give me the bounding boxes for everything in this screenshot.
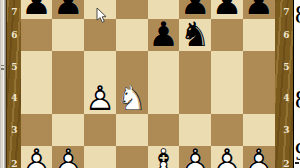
square-a4[interactable] xyxy=(21,83,53,115)
square-g2[interactable]: ♟♙ xyxy=(211,146,243,168)
square-b4[interactable] xyxy=(52,83,84,115)
square-h5[interactable] xyxy=(243,51,275,83)
square-g6[interactable] xyxy=(211,19,243,51)
square-g7[interactable]: ♟ xyxy=(211,0,243,19)
square-d4[interactable]: ♞♘ xyxy=(116,83,148,115)
square-f4[interactable] xyxy=(179,83,211,115)
square-b5[interactable] xyxy=(52,51,84,83)
square-h2[interactable]: ♟♙ xyxy=(243,146,275,168)
piece-white-pawn-h2[interactable]: ♙ xyxy=(243,146,275,168)
square-e2[interactable]: ♝♗ xyxy=(148,146,180,168)
square-a6[interactable] xyxy=(21,19,53,51)
piece-white-pawn-g2[interactable]: ♙ xyxy=(211,146,243,168)
square-d7[interactable] xyxy=(116,0,148,19)
square-h4[interactable] xyxy=(243,83,275,115)
square-e5[interactable] xyxy=(148,51,180,83)
piece-white-pawn-b2[interactable]: ♙ xyxy=(52,146,84,168)
square-f2[interactable]: ♟♙ xyxy=(179,146,211,168)
piece-white-pawn-c4[interactable]: ♙ xyxy=(84,83,116,115)
square-a5[interactable] xyxy=(21,51,53,83)
square-f6[interactable]: ♞ xyxy=(179,19,211,51)
rank-label-left-6: 6 xyxy=(9,30,20,40)
rank-label-left-4: 4 xyxy=(9,93,20,103)
piece-black-pawn-b7[interactable]: ♟ xyxy=(52,0,84,19)
square-d6[interactable] xyxy=(116,19,148,51)
move-number-fragment: 9 xyxy=(295,139,300,165)
rank-label-right-5: 5 xyxy=(281,62,292,72)
rank-label-right-7: 7 xyxy=(281,7,292,17)
square-b6[interactable] xyxy=(52,19,84,51)
square-a7[interactable]: ♟ xyxy=(21,0,53,19)
rank-label-right-6: 6 xyxy=(281,30,292,40)
piece-white-bishop-e2[interactable]: ♗ xyxy=(148,146,180,168)
piece-black-pawn-g7[interactable]: ♟ xyxy=(211,0,243,19)
board-frame: 765432 765432 ♟♟♟♟♟♟♞♟♙♞♘♟♙♟♙♝♗♟♙♟♙♟♙ xyxy=(6,0,294,168)
square-a2[interactable]: ♟♙ xyxy=(21,146,53,168)
chess-app-window: 765432 765432 ♟♟♟♟♟♟♞♟♙♞♘♟♙♟♙♝♗♟♙♟♙♟♙ 88… xyxy=(0,0,300,168)
move-number-fragment: 8 xyxy=(295,2,300,28)
square-c4[interactable]: ♟♙ xyxy=(84,83,116,115)
rank-label-right-3: 3 xyxy=(281,125,292,135)
move-number-fragment: 8 xyxy=(295,87,300,113)
square-d2[interactable] xyxy=(116,146,148,168)
square-b2[interactable]: ♟♙ xyxy=(52,146,84,168)
square-c3[interactable] xyxy=(84,114,116,146)
splitter-grip xyxy=(1,68,4,70)
rank-label-left-5: 5 xyxy=(9,62,20,72)
piece-black-knight-f6[interactable]: ♞ xyxy=(179,19,211,51)
square-h6[interactable] xyxy=(243,19,275,51)
rank-label-right-4: 4 xyxy=(281,93,292,103)
rank-label-left-2: 2 xyxy=(9,159,20,168)
square-d3[interactable] xyxy=(116,114,148,146)
square-g5[interactable] xyxy=(211,51,243,83)
piece-white-pawn-a2[interactable]: ♙ xyxy=(21,146,53,168)
square-g4[interactable] xyxy=(211,83,243,115)
square-c2[interactable] xyxy=(84,146,116,168)
square-e6[interactable]: ♟ xyxy=(148,19,180,51)
move-list-panel: 889 xyxy=(293,0,300,168)
chess-board[interactable]: ♟♟♟♟♟♟♞♟♙♞♘♟♙♟♙♝♗♟♙♟♙♟♙ xyxy=(21,0,275,168)
piece-black-pawn-h7[interactable]: ♟ xyxy=(243,0,275,19)
square-f5[interactable] xyxy=(179,51,211,83)
piece-white-knight-d4[interactable]: ♘ xyxy=(116,83,148,115)
mouse-cursor xyxy=(96,8,107,24)
square-h7[interactable]: ♟ xyxy=(243,0,275,19)
square-b7[interactable]: ♟ xyxy=(52,0,84,19)
square-e4[interactable] xyxy=(148,83,180,115)
piece-black-pawn-e6[interactable]: ♟ xyxy=(148,19,180,51)
rank-label-left-7: 7 xyxy=(9,7,20,17)
piece-white-pawn-f2[interactable]: ♙ xyxy=(179,146,211,168)
piece-black-pawn-a7[interactable]: ♟ xyxy=(21,0,53,19)
rank-label-right-2: 2 xyxy=(281,159,292,168)
splitter-grip xyxy=(1,65,4,67)
rank-label-left-3: 3 xyxy=(9,125,20,135)
